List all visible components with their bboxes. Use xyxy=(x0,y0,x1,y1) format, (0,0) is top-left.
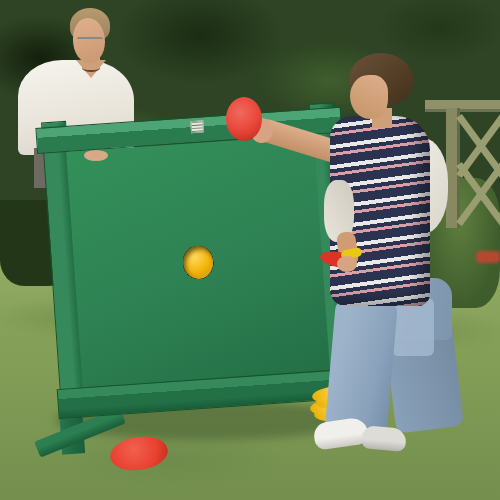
pergola-lattice xyxy=(425,80,500,230)
man-glasses xyxy=(77,37,103,43)
red-object-background xyxy=(476,251,500,263)
connect-four-board xyxy=(38,99,358,421)
yellow-disc xyxy=(182,244,214,279)
maker-label xyxy=(190,120,204,133)
cell-r6-c7 xyxy=(66,135,330,390)
board-face xyxy=(66,135,330,390)
hole xyxy=(182,244,214,279)
man-hand xyxy=(84,150,108,161)
yellow-disc-stack xyxy=(308,386,368,426)
garden-connect-four-photo xyxy=(0,0,500,500)
man-necklace xyxy=(82,64,100,72)
